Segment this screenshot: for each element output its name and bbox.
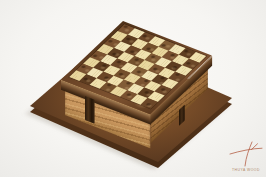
clasp-hinge-left	[85, 96, 95, 124]
thuya-wood-logo: THUYA WOOD	[228, 140, 264, 174]
tree-icon	[230, 142, 262, 166]
product-photo-chess-box: THUYA WOOD	[0, 0, 266, 177]
brand-text: THUYA WOOD	[232, 168, 260, 172]
